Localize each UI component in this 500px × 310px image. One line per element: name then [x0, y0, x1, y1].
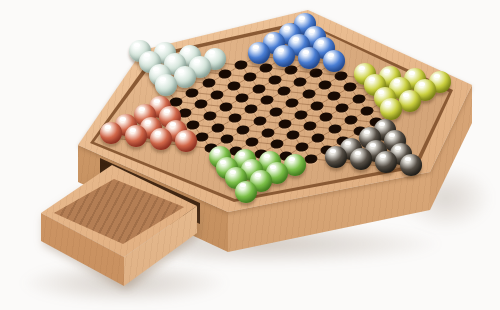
hole[interactable] — [328, 124, 342, 134]
marble-highlight — [369, 77, 375, 81]
hole[interactable] — [269, 107, 283, 117]
marble-highlight — [330, 149, 336, 153]
hole[interactable] — [360, 106, 374, 116]
marble-highlight — [409, 71, 415, 75]
marble-highlight — [139, 107, 145, 111]
marble-highlight — [318, 39, 324, 43]
marble-clear[interactable] — [155, 74, 177, 96]
marble-highlight — [378, 90, 384, 94]
hole[interactable] — [295, 142, 309, 152]
hole[interactable] — [327, 91, 341, 101]
marble-highlight — [385, 101, 391, 105]
hole[interactable] — [260, 95, 274, 105]
hole[interactable] — [235, 93, 249, 103]
hole[interactable] — [309, 68, 323, 78]
hole[interactable] — [243, 72, 257, 82]
marble-highlight — [289, 157, 295, 161]
marble-highlight — [194, 58, 200, 62]
hole[interactable] — [303, 121, 317, 131]
marble-yellow[interactable] — [380, 98, 402, 120]
marble-red[interactable] — [175, 130, 197, 152]
hole[interactable] — [219, 102, 233, 112]
hole[interactable] — [310, 100, 324, 110]
marble-highlight — [284, 26, 290, 30]
marble-blue[interactable] — [323, 50, 345, 72]
marble-highlight — [255, 173, 261, 177]
marble-highlight — [270, 165, 276, 169]
marble-highlight — [380, 154, 386, 158]
marble-black[interactable] — [375, 151, 397, 173]
marble-highlight — [230, 170, 236, 174]
marble-highlight — [134, 43, 140, 47]
marble-yellow[interactable] — [399, 90, 421, 112]
hole[interactable] — [185, 87, 199, 97]
marble-highlight — [120, 117, 126, 121]
hole[interactable] — [203, 111, 217, 121]
hole[interactable] — [278, 119, 292, 129]
marble-highlight — [145, 120, 151, 124]
hole[interactable] — [202, 78, 216, 88]
marble-black[interactable] — [350, 148, 372, 170]
marble-highlight — [240, 183, 246, 187]
marble-highlight — [359, 66, 365, 70]
hole[interactable] — [195, 132, 209, 142]
marble-highlight — [379, 122, 385, 126]
marble-highlight — [220, 160, 226, 164]
hole[interactable] — [227, 81, 241, 91]
marble-red[interactable] — [150, 128, 172, 150]
marble-blue[interactable] — [248, 42, 270, 64]
marble-highlight — [299, 16, 305, 20]
hole[interactable] — [253, 116, 267, 126]
product-photo-scene — [0, 0, 500, 310]
marble-green[interactable] — [235, 181, 257, 203]
hole[interactable] — [210, 90, 224, 100]
marble-highlight — [355, 151, 361, 155]
hole[interactable] — [220, 134, 234, 144]
hole[interactable] — [343, 82, 357, 92]
hole[interactable] — [228, 113, 242, 123]
marble-highlight — [293, 37, 299, 41]
marble-highlight — [395, 146, 401, 150]
marble-highlight — [154, 98, 160, 102]
hole[interactable] — [270, 139, 284, 149]
marble-highlight — [394, 79, 400, 83]
marble-highlight — [268, 34, 274, 38]
marble-highlight — [278, 47, 284, 51]
marble-highlight — [328, 53, 334, 57]
marble-highlight — [214, 149, 220, 153]
marble-highlight — [309, 29, 315, 33]
marble-red[interactable] — [100, 122, 122, 144]
hole[interactable] — [218, 69, 232, 79]
marble-red[interactable] — [125, 125, 147, 147]
marble-highlight — [345, 141, 351, 145]
marble-highlight — [389, 133, 395, 137]
hole[interactable] — [277, 86, 291, 96]
marble-clear[interactable] — [174, 66, 196, 88]
marble-highlight — [159, 45, 165, 49]
hole[interactable] — [334, 70, 348, 80]
marble-highlight — [434, 74, 440, 78]
marble-highlight — [303, 50, 309, 54]
marble-highlight — [364, 130, 370, 134]
hole[interactable] — [244, 104, 258, 114]
hole[interactable] — [234, 60, 248, 70]
marble-highlight — [130, 128, 136, 132]
hole[interactable] — [186, 120, 200, 130]
hole[interactable] — [302, 89, 316, 99]
marble-highlight — [239, 151, 245, 155]
hole[interactable] — [252, 83, 266, 93]
hole[interactable] — [311, 133, 325, 143]
hole[interactable] — [245, 137, 259, 147]
hole[interactable] — [268, 74, 282, 84]
hole[interactable] — [194, 99, 208, 109]
hole[interactable] — [319, 112, 333, 122]
board-cells-layer — [0, 0, 500, 310]
hole[interactable] — [259, 63, 273, 73]
marble-highlight — [384, 69, 390, 73]
hole[interactable] — [344, 115, 358, 125]
marble-highlight — [264, 154, 270, 158]
marble-highlight — [155, 130, 161, 134]
marble-highlight — [245, 162, 251, 166]
hole[interactable] — [284, 65, 298, 75]
marble-highlight — [209, 50, 215, 54]
marble-highlight — [405, 156, 411, 160]
marble-blue[interactable] — [298, 47, 320, 69]
hole[interactable] — [236, 125, 250, 135]
hole[interactable] — [294, 109, 308, 119]
marble-highlight — [160, 77, 166, 81]
marble-highlight — [419, 82, 425, 86]
marble-black[interactable] — [325, 146, 347, 168]
marble-highlight — [153, 66, 159, 70]
marble-blue[interactable] — [273, 45, 295, 67]
marble-highlight — [164, 109, 170, 113]
marble-black[interactable] — [400, 154, 422, 176]
marble-highlight — [253, 45, 259, 49]
marble-highlight — [105, 125, 111, 129]
hole[interactable] — [286, 130, 300, 140]
hole[interactable] — [261, 128, 275, 138]
marble-highlight — [184, 48, 190, 52]
hole[interactable] — [285, 98, 299, 108]
marble-highlight — [178, 69, 184, 73]
hole[interactable] — [293, 77, 307, 87]
marble-highlight — [403, 92, 409, 96]
marble-highlight — [370, 143, 376, 147]
marble-highlight — [144, 53, 150, 57]
marble-highlight — [170, 122, 176, 126]
hole[interactable] — [335, 103, 349, 113]
hole[interactable] — [211, 122, 225, 132]
hole[interactable] — [318, 80, 332, 90]
marble-highlight — [169, 56, 175, 60]
marble-highlight — [180, 133, 186, 137]
marble-green[interactable] — [284, 154, 306, 176]
hole[interactable] — [352, 94, 366, 104]
